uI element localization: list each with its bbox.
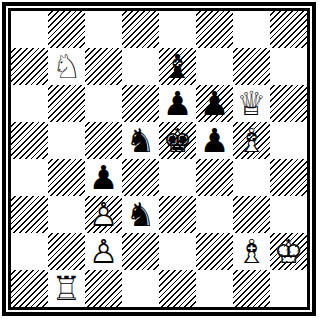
square-c7[interactable] — [85, 48, 122, 85]
square-g1[interactable] — [233, 270, 270, 307]
white-bishop-icon: ♝ — [233, 233, 270, 270]
square-b3[interactable] — [48, 196, 85, 233]
square-g6[interactable]: ♛♕ — [233, 85, 270, 122]
square-e3[interactable] — [159, 196, 196, 233]
square-c4[interactable]: ♟ — [85, 159, 122, 196]
square-f8[interactable] — [196, 11, 233, 48]
square-h8[interactable] — [270, 11, 307, 48]
white-pawn-outline-icon: ♙ — [85, 233, 122, 270]
board-outer-border: ♞♘♝♟♟♛♕♞♚♟♝♗♟♟♙♞♟♙♝♗♚♔♜♖ — [2, 2, 316, 316]
square-h7[interactable] — [270, 48, 307, 85]
square-a4[interactable] — [11, 159, 48, 196]
black-king-icon: ♚ — [159, 122, 196, 159]
square-g7[interactable] — [233, 48, 270, 85]
black-pawn-icon: ♟ — [85, 159, 122, 196]
white-bishop-icon: ♝ — [233, 122, 270, 159]
black-knight-icon: ♞ — [122, 196, 159, 233]
square-b2[interactable] — [48, 233, 85, 270]
square-g2[interactable]: ♝♗ — [233, 233, 270, 270]
square-f3[interactable] — [196, 196, 233, 233]
black-pawn-icon: ♟ — [196, 85, 233, 122]
black-knight-icon: ♞ — [122, 122, 159, 159]
square-b5[interactable] — [48, 122, 85, 159]
white-rook-icon: ♜ — [48, 270, 85, 307]
square-d6[interactable] — [122, 85, 159, 122]
white-rook-outline-icon: ♖ — [48, 270, 85, 307]
square-h1[interactable] — [270, 270, 307, 307]
chess-board: ♞♘♝♟♟♛♕♞♚♟♝♗♟♟♙♞♟♙♝♗♚♔♜♖ — [11, 11, 307, 307]
black-pawn-icon: ♟ — [196, 122, 233, 159]
square-b6[interactable] — [48, 85, 85, 122]
board-inner-border: ♞♘♝♟♟♛♕♞♚♟♝♗♟♟♙♞♟♙♝♗♚♔♜♖ — [8, 8, 310, 310]
square-f4[interactable] — [196, 159, 233, 196]
white-knight-icon: ♞ — [48, 48, 85, 85]
white-bishop-outline-icon: ♗ — [233, 122, 270, 159]
square-e8[interactable] — [159, 11, 196, 48]
white-pawn-outline-icon: ♙ — [85, 196, 122, 233]
square-f2[interactable] — [196, 233, 233, 270]
square-d7[interactable] — [122, 48, 159, 85]
white-bishop-outline-icon: ♗ — [233, 233, 270, 270]
white-king-icon: ♚ — [270, 233, 307, 270]
square-a1[interactable] — [11, 270, 48, 307]
square-d4[interactable] — [122, 159, 159, 196]
square-e6[interactable]: ♟ — [159, 85, 196, 122]
square-b7[interactable]: ♞♘ — [48, 48, 85, 85]
square-b8[interactable] — [48, 11, 85, 48]
white-queen-icon: ♛ — [233, 85, 270, 122]
white-knight-outline-icon: ♘ — [48, 48, 85, 85]
square-c6[interactable] — [85, 85, 122, 122]
square-f5[interactable]: ♟ — [196, 122, 233, 159]
black-bishop-icon: ♝ — [159, 48, 196, 85]
square-d1[interactable] — [122, 270, 159, 307]
chess-diagram: ♞♘♝♟♟♛♕♞♚♟♝♗♟♟♙♞♟♙♝♗♚♔♜♖ — [0, 0, 318, 318]
square-b1[interactable]: ♜♖ — [48, 270, 85, 307]
square-f6[interactable]: ♟ — [196, 85, 233, 122]
square-g8[interactable] — [233, 11, 270, 48]
white-pawn-icon: ♟ — [85, 233, 122, 270]
square-g5[interactable]: ♝♗ — [233, 122, 270, 159]
square-b4[interactable] — [48, 159, 85, 196]
square-c8[interactable] — [85, 11, 122, 48]
square-h2[interactable]: ♚♔ — [270, 233, 307, 270]
square-c1[interactable] — [85, 270, 122, 307]
square-d3[interactable]: ♞ — [122, 196, 159, 233]
square-d2[interactable] — [122, 233, 159, 270]
square-h5[interactable] — [270, 122, 307, 159]
square-a2[interactable] — [11, 233, 48, 270]
square-d8[interactable] — [122, 11, 159, 48]
square-c5[interactable] — [85, 122, 122, 159]
square-d5[interactable]: ♞ — [122, 122, 159, 159]
square-h4[interactable] — [270, 159, 307, 196]
white-pawn-icon: ♟ — [85, 196, 122, 233]
square-f7[interactable] — [196, 48, 233, 85]
white-king-outline-icon: ♔ — [270, 233, 307, 270]
square-e7[interactable]: ♝ — [159, 48, 196, 85]
square-a7[interactable] — [11, 48, 48, 85]
square-c2[interactable]: ♟♙ — [85, 233, 122, 270]
square-g3[interactable] — [233, 196, 270, 233]
square-e1[interactable] — [159, 270, 196, 307]
square-h6[interactable] — [270, 85, 307, 122]
square-g4[interactable] — [233, 159, 270, 196]
white-queen-outline-icon: ♕ — [233, 85, 270, 122]
square-a3[interactable] — [11, 196, 48, 233]
square-a5[interactable] — [11, 122, 48, 159]
square-e5[interactable]: ♚ — [159, 122, 196, 159]
square-h3[interactable] — [270, 196, 307, 233]
square-e2[interactable] — [159, 233, 196, 270]
square-c3[interactable]: ♟♙ — [85, 196, 122, 233]
square-a8[interactable] — [11, 11, 48, 48]
black-pawn-icon: ♟ — [159, 85, 196, 122]
square-e4[interactable] — [159, 159, 196, 196]
square-f1[interactable] — [196, 270, 233, 307]
square-a6[interactable] — [11, 85, 48, 122]
